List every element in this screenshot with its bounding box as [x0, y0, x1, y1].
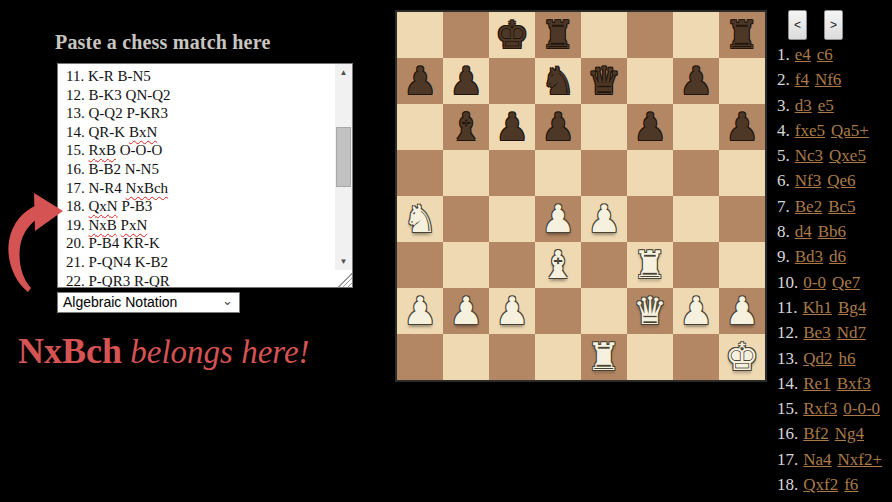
annotation-suffix: belongs here!: [122, 334, 310, 370]
square-e6: [581, 104, 627, 150]
move-row: 16.Bf2Ng4: [777, 421, 892, 446]
black-pawn-icon: ♟: [541, 104, 575, 150]
move-row: 13.Qd2h6: [777, 346, 892, 371]
move-row: 4.fxe5Qa5+: [777, 118, 892, 143]
square-c5: [489, 150, 535, 196]
square-g3: [673, 242, 719, 288]
square-f1: [627, 334, 673, 380]
white-knight-icon: ♞: [403, 196, 437, 242]
square-h8: ♜: [719, 12, 765, 58]
square-g5: [673, 150, 719, 196]
scroll-up-icon[interactable]: ▲: [335, 64, 352, 81]
square-a6: [397, 104, 443, 150]
square-a7: ♟: [397, 58, 443, 104]
square-c2: ♟: [489, 288, 535, 334]
move-number: 10.: [777, 273, 798, 292]
red-curved-arrow: [6, 186, 64, 294]
move-link-white[interactable]: Re1: [803, 374, 830, 393]
move-row: 2.f4Nf6: [777, 67, 892, 92]
page-title: Paste a chess match here: [55, 31, 271, 54]
textarea-line: 17. N-R4 NxBch: [66, 179, 333, 198]
move-number: 17.: [777, 450, 798, 469]
square-g4: [673, 196, 719, 242]
square-c7: [489, 58, 535, 104]
square-a3: [397, 242, 443, 288]
square-d4: ♟: [535, 196, 581, 242]
move-link-black[interactable]: Nf6: [815, 70, 841, 89]
square-c1: [489, 334, 535, 380]
square-h2: ♟: [719, 288, 765, 334]
square-f5: [627, 150, 673, 196]
square-d6: ♟: [535, 104, 581, 150]
square-h4: [719, 196, 765, 242]
white-king-icon: ♚: [725, 334, 759, 380]
move-link-black[interactable]: Qe7: [832, 273, 860, 292]
move-link-white[interactable]: Nc3: [795, 146, 823, 165]
square-f8: [627, 12, 673, 58]
square-g8: [673, 12, 719, 58]
square-d3: ♝: [535, 242, 581, 288]
square-f7: [627, 58, 673, 104]
square-g7: ♟: [673, 58, 719, 104]
move-number: 4.: [777, 121, 790, 140]
textarea-line: 11. K-R B-N5: [66, 67, 333, 86]
move-link-black[interactable]: Bg4: [838, 298, 866, 317]
move-row: 12.Be3Nd7: [777, 320, 892, 345]
move-link-white[interactable]: fxe5: [795, 121, 825, 140]
move-link-white[interactable]: Bf2: [803, 424, 829, 443]
move-link-black[interactable]: c6: [817, 45, 833, 64]
square-h7: [719, 58, 765, 104]
move-link-white[interactable]: 0-0: [803, 273, 826, 292]
match-textarea-content[interactable]: 11. K-R B-N512. B-K3 QN-Q213. Q-Q2 P-KR3…: [58, 64, 335, 287]
square-g6: [673, 104, 719, 150]
square-h1: ♚: [719, 334, 765, 380]
square-b3: [443, 242, 489, 288]
white-pawn-icon: ♟: [541, 196, 575, 242]
square-e4: ♟: [581, 196, 627, 242]
move-link-black[interactable]: Ng4: [835, 424, 864, 443]
white-rook-icon: ♜: [633, 242, 667, 288]
white-pawn-icon: ♟: [449, 288, 483, 334]
prev-move-button[interactable]: <: [788, 10, 807, 40]
square-b6: ♝: [443, 104, 489, 150]
square-f4: [627, 196, 673, 242]
move-number: 8.: [777, 222, 790, 241]
chess-board: ♚♜♜♟♟♞♛♟♝♟♟♟♟♞♟♟♝♜♟♟♟♛♟♟♜♚: [395, 10, 767, 382]
textarea-line: 22. P-QR3 R-QR: [66, 272, 333, 287]
square-h3: [719, 242, 765, 288]
move-link-black[interactable]: Qxe5: [829, 146, 866, 165]
move-link-black[interactable]: Bxf3: [837, 374, 871, 393]
move-number: 1.: [777, 45, 790, 64]
move-link-black[interactable]: Nd7: [837, 323, 866, 342]
move-link-black[interactable]: Qa5+: [831, 121, 869, 140]
move-list: 1.e4c62.f4Nf63.d3e54.fxe5Qa5+5.Nc3Qxe56.…: [777, 42, 892, 497]
move-link-black[interactable]: 0-0-0: [843, 399, 880, 418]
move-row: 11.Kh1Bg4: [777, 295, 892, 320]
move-row: 9.Bd3d6: [777, 244, 892, 269]
move-link-black[interactable]: Bc5: [828, 197, 855, 216]
move-row: 6.Nf3Qe6: [777, 168, 892, 193]
square-c4: [489, 196, 535, 242]
textarea-line: 19. NxB PxN: [66, 216, 333, 235]
move-row: 17.Na4Nxf2+: [777, 447, 892, 472]
move-link-white[interactable]: e4: [795, 45, 811, 64]
move-number: 7.: [777, 197, 790, 216]
annotation-move: NxBch: [18, 331, 122, 371]
move-link-white[interactable]: Qd2: [803, 349, 832, 368]
black-pawn-icon: ♟: [449, 58, 483, 104]
move-link-white[interactable]: Kh1: [803, 298, 832, 317]
square-c6: ♟: [489, 104, 535, 150]
scrollbar-thumb[interactable]: [336, 127, 351, 187]
textarea-line: 13. Q-Q2 P-KR3: [66, 104, 333, 123]
square-c3: [489, 242, 535, 288]
square-b8: [443, 12, 489, 58]
black-bishop-icon: ♝: [449, 104, 483, 150]
square-a2: ♟: [397, 288, 443, 334]
move-link-white[interactable]: d3: [795, 96, 812, 115]
move-link-black[interactable]: f6: [844, 475, 858, 494]
match-textarea[interactable]: 11. K-R B-N512. B-K3 QN-Q213. Q-Q2 P-KR3…: [57, 63, 353, 288]
square-e3: [581, 242, 627, 288]
white-pawn-icon: ♟: [725, 288, 759, 334]
move-number: 3.: [777, 96, 790, 115]
move-link-white[interactable]: Bd3: [795, 247, 823, 266]
square-b4: [443, 196, 489, 242]
square-e8: [581, 12, 627, 58]
square-d1: [535, 334, 581, 380]
move-number: 6.: [777, 171, 790, 190]
move-row: 7.Be2Bc5: [777, 194, 892, 219]
move-link-black[interactable]: Qe6: [827, 171, 855, 190]
black-pawn-icon: ♟: [679, 58, 713, 104]
square-d5: [535, 150, 581, 196]
square-b7: ♟: [443, 58, 489, 104]
move-link-white[interactable]: Be2: [795, 197, 822, 216]
square-e7: ♛: [581, 58, 627, 104]
square-c8: ♚: [489, 12, 535, 58]
move-link-white[interactable]: Rxf3: [803, 399, 837, 418]
square-h6: ♟: [719, 104, 765, 150]
square-a4: ♞: [397, 196, 443, 242]
annotation-text: NxBch belongs here!: [18, 330, 378, 372]
move-number: 5.: [777, 146, 790, 165]
black-pawn-icon: ♟: [725, 104, 759, 150]
textarea-line: 16. B-B2 N-N5: [66, 160, 333, 179]
move-number: 9.: [777, 247, 790, 266]
move-number: 14.: [777, 374, 798, 393]
chevron-down-icon: ⌄: [222, 291, 233, 310]
square-f3: ♜: [627, 242, 673, 288]
square-a5: [397, 150, 443, 196]
move-number: 11.: [777, 298, 798, 317]
move-link-black[interactable]: Nxf2+: [838, 450, 883, 469]
square-e2: [581, 288, 627, 334]
move-link-white[interactable]: Qxf2: [803, 475, 838, 494]
square-a8: [397, 12, 443, 58]
black-knight-icon: ♞: [541, 58, 575, 104]
move-row: 10.0-0Qe7: [777, 270, 892, 295]
textarea-line: 14. QR-K BxN: [66, 123, 333, 142]
move-link-white[interactable]: d4: [795, 222, 812, 241]
move-row: 15.Rxf30-0-0: [777, 396, 892, 421]
textarea-line: 12. B-K3 QN-Q2: [66, 86, 333, 105]
move-number: 12.: [777, 323, 798, 342]
move-row: 3.d3e5: [777, 93, 892, 118]
square-b5: [443, 150, 489, 196]
square-e5: [581, 150, 627, 196]
textarea-line: 18. QxN P-B3: [66, 197, 333, 216]
white-pawn-icon: ♟: [495, 288, 529, 334]
black-rook-icon: ♜: [541, 12, 575, 58]
black-queen-icon: ♛: [587, 58, 621, 104]
square-h5: [719, 150, 765, 196]
move-link-black[interactable]: h6: [839, 349, 856, 368]
square-g1: [673, 334, 719, 380]
move-row: 14.Re1Bxf3: [777, 371, 892, 396]
black-pawn-icon: ♟: [403, 58, 437, 104]
move-row: 8.d4Bb6: [777, 219, 892, 244]
move-link-white[interactable]: Nf3: [795, 171, 821, 190]
square-d2: [535, 288, 581, 334]
black-king-icon: ♚: [495, 12, 529, 58]
move-link-black[interactable]: e5: [818, 96, 834, 115]
square-a1: [397, 334, 443, 380]
scroll-down-icon[interactable]: ▼: [335, 253, 352, 270]
square-d8: ♜: [535, 12, 581, 58]
move-number: 15.: [777, 399, 798, 418]
move-number: 2.: [777, 70, 790, 89]
white-bishop-icon: ♝: [541, 242, 575, 288]
textarea-line: 15. RxB O-O-O: [66, 141, 333, 160]
square-f6: ♟: [627, 104, 673, 150]
move-number: 16.: [777, 424, 798, 443]
textarea-line: 21. P-QN4 K-B2: [66, 253, 333, 272]
move-number: 13.: [777, 349, 798, 368]
move-link-white[interactable]: f4: [795, 70, 809, 89]
black-pawn-icon: ♟: [633, 104, 667, 150]
resize-grip-icon[interactable]: [336, 271, 352, 287]
notation-dropdown[interactable]: Algebraic Notation ⌄: [57, 292, 240, 313]
move-row: 5.Nc3Qxe5: [777, 143, 892, 168]
white-rook-icon: ♜: [587, 334, 621, 380]
move-row: 1.e4c6: [777, 42, 892, 67]
move-row: 18.Qxf2f6: [777, 472, 892, 497]
square-e1: ♜: [581, 334, 627, 380]
move-link-white[interactable]: Be3: [803, 323, 830, 342]
square-b2: ♟: [443, 288, 489, 334]
square-f2: ♛: [627, 288, 673, 334]
move-link-black[interactable]: Bb6: [818, 222, 846, 241]
move-link-white[interactable]: Na4: [803, 450, 831, 469]
black-pawn-icon: ♟: [495, 104, 529, 150]
square-g2: ♟: [673, 288, 719, 334]
move-number: 18.: [777, 475, 798, 494]
textarea-line: 20. P-B4 KR-K: [66, 234, 333, 253]
white-pawn-icon: ♟: [403, 288, 437, 334]
square-d7: ♞: [535, 58, 581, 104]
white-pawn-icon: ♟: [587, 196, 621, 242]
move-link-black[interactable]: d6: [829, 247, 846, 266]
notation-dropdown-value: Algebraic Notation: [63, 294, 177, 310]
black-rook-icon: ♜: [725, 12, 759, 58]
white-queen-icon: ♛: [633, 288, 667, 334]
square-b1: [443, 334, 489, 380]
textarea-scrollbar[interactable]: ▲ ▼: [335, 64, 352, 270]
white-pawn-icon: ♟: [679, 288, 713, 334]
next-move-button[interactable]: >: [824, 10, 843, 40]
